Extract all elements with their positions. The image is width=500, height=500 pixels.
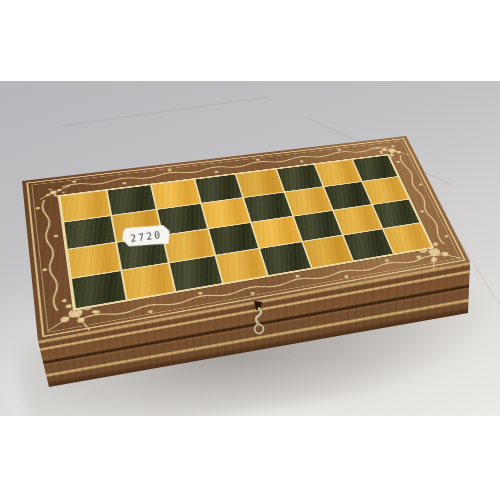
- photo-backdrop: 2720: [0, 81, 500, 416]
- label-text: 2720: [129, 228, 162, 243]
- board-square: [122, 264, 174, 300]
- clasp-icon: [246, 301, 270, 341]
- board-square: [303, 236, 352, 268]
- board-square: [216, 249, 267, 283]
- backdrop-scratch: [61, 96, 269, 126]
- board-square: [170, 256, 222, 291]
- auction-photo-canvas: 2720: [0, 0, 500, 500]
- board-square: [260, 242, 310, 275]
- board-square: [72, 271, 125, 308]
